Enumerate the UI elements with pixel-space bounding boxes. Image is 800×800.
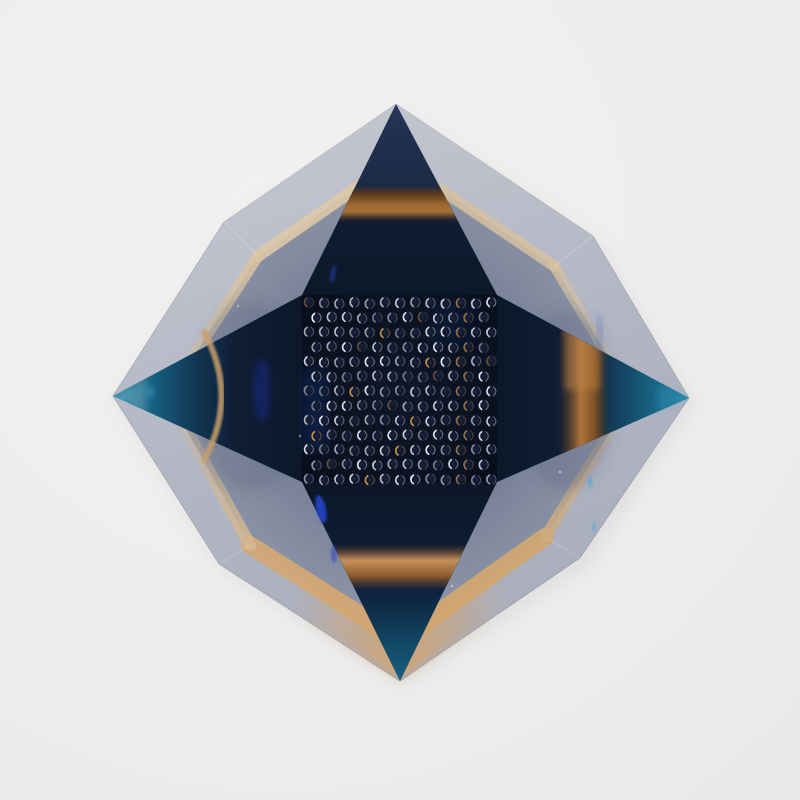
hobnail-square: [302, 295, 497, 485]
paperweight-photo: [0, 0, 800, 800]
paperweight-illustration: [0, 0, 800, 800]
